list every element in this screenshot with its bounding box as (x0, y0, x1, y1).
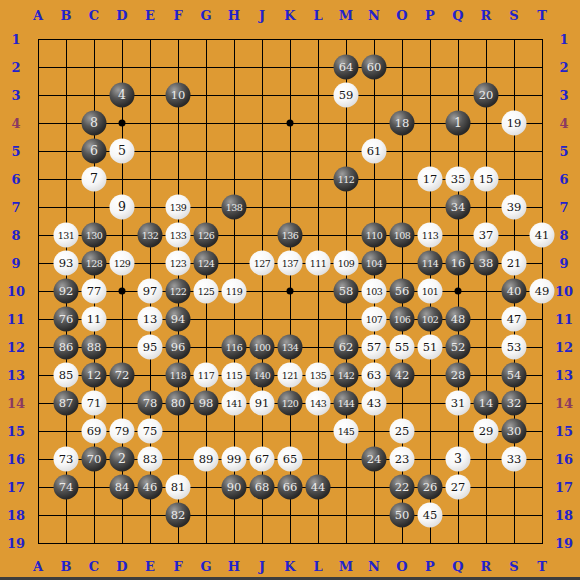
stone-black-96-F12: 96 (166, 335, 191, 360)
stone-white-83-E16: 83 (138, 447, 163, 472)
stone-white-57-N12: 57 (362, 335, 387, 360)
star-point-D4 (119, 120, 126, 127)
stone-white-13-E11: 13 (138, 307, 163, 332)
row-label-left-4: 4 (11, 116, 20, 131)
stone-black-136-K8: 136 (278, 223, 303, 248)
stone-black-26-P17: 26 (418, 475, 443, 500)
row-label-right-14: 14 (555, 396, 573, 411)
row-label-right-15: 15 (555, 424, 573, 439)
stone-black-134-K12: 134 (278, 335, 303, 360)
col-label-top-G: G (200, 8, 211, 23)
stone-black-52-Q12: 52 (446, 335, 471, 360)
row-label-right-10: 10 (555, 284, 573, 299)
stone-white-29-R15: 29 (474, 419, 499, 444)
col-label-top-J: J (259, 8, 265, 23)
stone-white-19-S4: 19 (502, 111, 527, 136)
stone-white-141-H14: 141 (222, 391, 247, 416)
col-label-bottom-H: H (228, 559, 240, 574)
stone-white-75-E15: 75 (138, 419, 163, 444)
row-label-right-4: 4 (559, 116, 568, 131)
star-point-Q10 (455, 288, 462, 295)
stone-black-140-J13: 140 (250, 363, 275, 388)
col-label-top-K: K (284, 8, 295, 23)
row-label-right-6: 6 (559, 172, 568, 187)
stone-white-135-L13: 135 (306, 363, 331, 388)
stone-black-18-O4: 18 (390, 111, 415, 136)
row-label-left-17: 17 (7, 480, 25, 495)
col-label-top-N: N (368, 8, 380, 23)
stone-black-14-R14: 14 (474, 391, 499, 416)
col-label-top-D: D (116, 8, 127, 23)
row-label-right-8: 8 (559, 228, 568, 243)
col-label-top-T: T (537, 8, 547, 23)
stone-white-139-F7: 139 (166, 195, 191, 220)
col-label-top-S: S (509, 8, 518, 23)
stone-white-39-S7: 39 (502, 195, 527, 220)
stone-black-4-D3: 4 (110, 83, 135, 108)
row-label-right-3: 3 (559, 88, 568, 103)
row-label-right-18: 18 (555, 508, 573, 523)
stone-black-130-C8: 130 (82, 223, 107, 248)
stone-white-41-T8: 41 (530, 223, 555, 248)
stone-white-99-H16: 99 (222, 447, 247, 472)
star-point-D10 (119, 288, 126, 295)
stone-white-115-H13: 115 (222, 363, 247, 388)
stone-black-50-O18: 50 (390, 503, 415, 528)
stone-white-125-G10: 125 (194, 279, 219, 304)
stone-white-23-O16: 23 (390, 447, 415, 472)
stone-white-69-C15: 69 (82, 419, 107, 444)
row-label-right-7: 7 (559, 200, 568, 215)
row-label-left-18: 18 (7, 508, 25, 523)
stone-black-88-C12: 88 (82, 335, 107, 360)
col-label-bottom-T: T (537, 559, 547, 574)
col-label-top-C: C (89, 8, 99, 23)
stone-white-113-P8: 113 (418, 223, 443, 248)
stone-black-78-E14: 78 (138, 391, 163, 416)
stone-white-95-E12: 95 (138, 335, 163, 360)
stone-white-123-F9: 123 (166, 251, 191, 276)
stone-white-77-C10: 77 (82, 279, 107, 304)
col-label-bottom-C: C (89, 559, 99, 574)
stone-black-104-N9: 104 (362, 251, 387, 276)
stone-white-133-F8: 133 (166, 223, 191, 248)
stone-white-67-J16: 67 (250, 447, 275, 472)
row-label-left-15: 15 (7, 424, 25, 439)
stone-black-68-J17: 68 (250, 475, 275, 500)
stone-white-47-S11: 47 (502, 307, 527, 332)
col-label-bottom-K: K (284, 559, 295, 574)
stone-black-118-F13: 118 (166, 363, 191, 388)
star-point-K4 (287, 120, 294, 127)
row-label-left-14: 14 (7, 396, 25, 411)
row-label-right-1: 1 (559, 32, 568, 47)
stone-white-109-M9: 109 (334, 251, 359, 276)
stone-white-85-B13: 85 (54, 363, 79, 388)
stone-white-3-Q16: 3 (446, 447, 471, 472)
stone-black-56-O10: 56 (390, 279, 415, 304)
stone-white-103-N10: 103 (362, 279, 387, 304)
stone-white-35-Q6: 35 (446, 167, 471, 192)
row-label-left-11: 11 (7, 312, 25, 327)
stone-black-1-Q4: 1 (446, 111, 471, 136)
stone-white-91-J14: 91 (250, 391, 275, 416)
stone-black-94-F11: 94 (166, 307, 191, 332)
col-label-top-R: R (481, 8, 492, 23)
stone-black-110-N8: 110 (362, 223, 387, 248)
stone-black-98-G14: 98 (194, 391, 219, 416)
stone-white-93-B9: 93 (54, 251, 79, 276)
stone-black-42-O13: 42 (390, 363, 415, 388)
stone-black-62-M12: 62 (334, 335, 359, 360)
stone-white-21-S9: 21 (502, 251, 527, 276)
stone-black-112-M6: 112 (334, 167, 359, 192)
stone-black-28-Q13: 28 (446, 363, 471, 388)
stone-black-6-C5: 6 (82, 139, 107, 164)
col-label-top-F: F (173, 8, 182, 23)
stone-black-114-P9: 114 (418, 251, 443, 276)
stone-black-48-Q11: 48 (446, 307, 471, 332)
stone-black-86-B12: 86 (54, 335, 79, 360)
stone-black-24-N16: 24 (362, 447, 387, 472)
stone-black-8-C4: 8 (82, 111, 107, 136)
col-label-top-L: L (313, 8, 322, 23)
row-label-left-6: 6 (11, 172, 20, 187)
col-label-bottom-P: P (425, 559, 435, 574)
row-label-right-2: 2 (559, 60, 568, 75)
stone-white-9-D7: 9 (110, 195, 135, 220)
stone-white-117-G13: 117 (194, 363, 219, 388)
stone-white-137-K9: 137 (278, 251, 303, 276)
stone-black-74-B17: 74 (54, 475, 79, 500)
stone-white-71-C14: 71 (82, 391, 107, 416)
row-label-right-9: 9 (559, 256, 568, 271)
stone-white-119-H10: 119 (222, 279, 247, 304)
stone-white-131-B8: 131 (54, 223, 79, 248)
col-label-bottom-M: M (339, 559, 353, 574)
col-label-bottom-N: N (368, 559, 380, 574)
col-label-bottom-B: B (61, 559, 72, 574)
stone-black-132-E8: 132 (138, 223, 163, 248)
stone-white-145-M15: 145 (334, 419, 359, 444)
col-label-top-M: M (339, 8, 353, 23)
col-label-bottom-R: R (481, 559, 492, 574)
stone-white-101-P10: 101 (418, 279, 443, 304)
stone-black-144-M14: 144 (334, 391, 359, 416)
row-label-right-16: 16 (555, 452, 573, 467)
stone-white-65-K16: 65 (278, 447, 303, 472)
stone-black-32-S14: 32 (502, 391, 527, 416)
go-diagram-screen: AABBCCDDEEFFGGHHJJKKLLMMNNOOPPQQRRSSTT11… (0, 0, 580, 580)
stone-white-59-M3: 59 (334, 83, 359, 108)
stone-black-87-B14: 87 (54, 391, 79, 416)
stone-white-61-N5: 61 (362, 139, 387, 164)
stone-black-66-K17: 66 (278, 475, 303, 500)
col-label-bottom-D: D (116, 559, 127, 574)
stone-white-143-L14: 143 (306, 391, 331, 416)
col-label-top-O: O (396, 8, 407, 23)
stone-black-72-D13: 72 (110, 363, 135, 388)
stone-black-102-P11: 102 (418, 307, 443, 332)
col-label-bottom-S: S (509, 559, 518, 574)
stone-white-51-P12: 51 (418, 335, 443, 360)
row-label-right-19: 19 (555, 536, 573, 551)
row-label-right-17: 17 (555, 480, 573, 495)
stone-white-7-C6: 7 (82, 167, 107, 192)
stone-black-116-H12: 116 (222, 335, 247, 360)
stone-white-33-S16: 33 (502, 447, 527, 472)
row-label-left-2: 2 (11, 60, 20, 75)
stone-white-55-O12: 55 (390, 335, 415, 360)
stone-white-63-N13: 63 (362, 363, 387, 388)
col-label-bottom-E: E (145, 559, 155, 574)
stone-black-108-O8: 108 (390, 223, 415, 248)
col-label-top-Q: Q (452, 8, 463, 23)
stone-black-46-E17: 46 (138, 475, 163, 500)
stone-white-49-T10: 49 (530, 279, 555, 304)
stone-white-45-P18: 45 (418, 503, 443, 528)
stone-black-2-D16: 2 (110, 447, 135, 472)
row-label-right-11: 11 (555, 312, 573, 327)
row-label-left-8: 8 (11, 228, 20, 243)
col-label-top-P: P (425, 8, 435, 23)
col-label-bottom-O: O (396, 559, 407, 574)
row-label-left-5: 5 (11, 144, 20, 159)
stone-black-38-R9: 38 (474, 251, 499, 276)
col-label-bottom-G: G (200, 559, 211, 574)
stone-white-81-F17: 81 (166, 475, 191, 500)
stone-black-92-B10: 92 (54, 279, 79, 304)
stone-black-30-S15: 30 (502, 419, 527, 444)
stone-black-142-M13: 142 (334, 363, 359, 388)
stone-black-40-S10: 40 (502, 279, 527, 304)
row-label-right-13: 13 (555, 368, 573, 383)
stone-white-79-D15: 79 (110, 419, 135, 444)
stone-black-22-O17: 22 (390, 475, 415, 500)
stone-white-97-E10: 97 (138, 279, 163, 304)
stone-white-43-N14: 43 (362, 391, 387, 416)
row-label-left-13: 13 (7, 368, 25, 383)
stone-black-10-F3: 10 (166, 83, 191, 108)
row-label-left-19: 19 (7, 536, 25, 551)
stone-black-106-O11: 106 (390, 307, 415, 332)
stone-black-34-Q7: 34 (446, 195, 471, 220)
stone-black-84-D17: 84 (110, 475, 135, 500)
stone-black-120-K14: 120 (278, 391, 303, 416)
row-label-right-5: 5 (559, 144, 568, 159)
stone-white-73-B16: 73 (54, 447, 79, 472)
stone-white-129-D9: 129 (110, 251, 135, 276)
stone-white-11-C11: 11 (82, 307, 107, 332)
star-point-K10 (287, 288, 294, 295)
stone-white-15-R6: 15 (474, 167, 499, 192)
row-label-left-16: 16 (7, 452, 25, 467)
stone-black-12-C13: 12 (82, 363, 107, 388)
stone-black-60-N2: 60 (362, 55, 387, 80)
row-label-left-3: 3 (11, 88, 20, 103)
col-label-bottom-A: A (33, 559, 43, 574)
stone-black-76-B11: 76 (54, 307, 79, 332)
stone-white-5-D5: 5 (110, 139, 135, 164)
col-label-bottom-L: L (313, 559, 322, 574)
stone-white-37-R8: 37 (474, 223, 499, 248)
row-label-right-12: 12 (555, 340, 573, 355)
col-label-top-A: A (33, 8, 43, 23)
stone-white-111-L9: 111 (306, 251, 331, 276)
col-label-top-B: B (61, 8, 72, 23)
stone-black-138-H7: 138 (222, 195, 247, 220)
stone-black-20-R3: 20 (474, 83, 499, 108)
stone-white-53-S12: 53 (502, 335, 527, 360)
stone-black-44-L17: 44 (306, 475, 331, 500)
stone-black-64-M2: 64 (334, 55, 359, 80)
stone-white-25-O15: 25 (390, 419, 415, 444)
row-label-left-1: 1 (11, 32, 20, 47)
stone-white-89-G16: 89 (194, 447, 219, 472)
stone-white-107-N11: 107 (362, 307, 387, 332)
col-label-top-H: H (228, 8, 240, 23)
stone-black-124-G9: 124 (194, 251, 219, 276)
stone-white-31-Q14: 31 (446, 391, 471, 416)
col-label-bottom-Q: Q (452, 559, 463, 574)
row-label-left-7: 7 (11, 200, 20, 215)
stone-black-100-J12: 100 (250, 335, 275, 360)
stone-black-58-M10: 58 (334, 279, 359, 304)
stone-white-27-Q17: 27 (446, 475, 471, 500)
stone-black-90-H17: 90 (222, 475, 247, 500)
row-label-left-12: 12 (7, 340, 25, 355)
stone-white-121-K13: 121 (278, 363, 303, 388)
stone-black-126-G8: 126 (194, 223, 219, 248)
stone-white-127-J9: 127 (250, 251, 275, 276)
stone-black-80-F14: 80 (166, 391, 191, 416)
stone-black-122-F10: 122 (166, 279, 191, 304)
stone-black-54-S13: 54 (502, 363, 527, 388)
stone-black-128-C9: 128 (82, 251, 107, 276)
stone-white-17-P6: 17 (418, 167, 443, 192)
stone-black-16-Q9: 16 (446, 251, 471, 276)
stone-black-70-C16: 70 (82, 447, 107, 472)
col-label-bottom-F: F (173, 559, 182, 574)
row-label-left-9: 9 (11, 256, 20, 271)
col-label-top-E: E (145, 8, 155, 23)
row-label-left-10: 10 (7, 284, 25, 299)
stone-black-82-F18: 82 (166, 503, 191, 528)
col-label-bottom-J: J (259, 559, 265, 574)
